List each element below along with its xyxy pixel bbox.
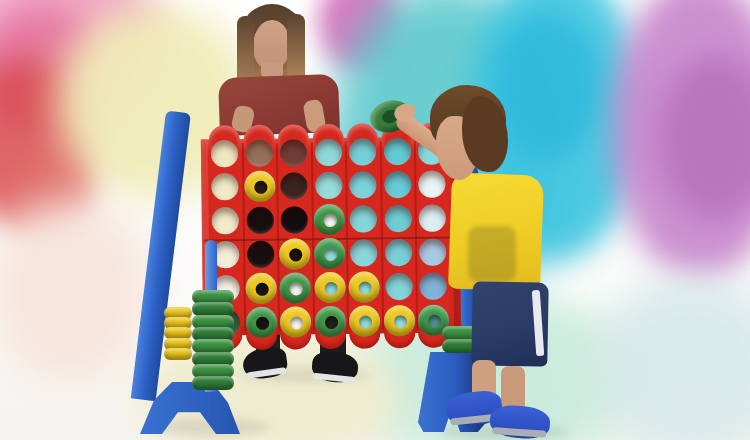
- column-6[interactable]: [380, 137, 416, 333]
- column-4[interactable]: [311, 138, 347, 334]
- scene: [0, 0, 750, 440]
- column-5[interactable]: [345, 137, 381, 333]
- column-3[interactable]: [276, 138, 312, 334]
- spare-ring: [192, 376, 234, 390]
- connect-four-board: [201, 118, 462, 353]
- ink-blob-cyan-bright: [495, 15, 600, 160]
- ink-blob-pale-bottomright: [595, 275, 750, 440]
- spare-ring: [164, 348, 192, 360]
- column-2[interactable]: [242, 139, 278, 335]
- ink-blob-cream-left: [0, 195, 155, 385]
- boy-shirt-print: [468, 226, 516, 282]
